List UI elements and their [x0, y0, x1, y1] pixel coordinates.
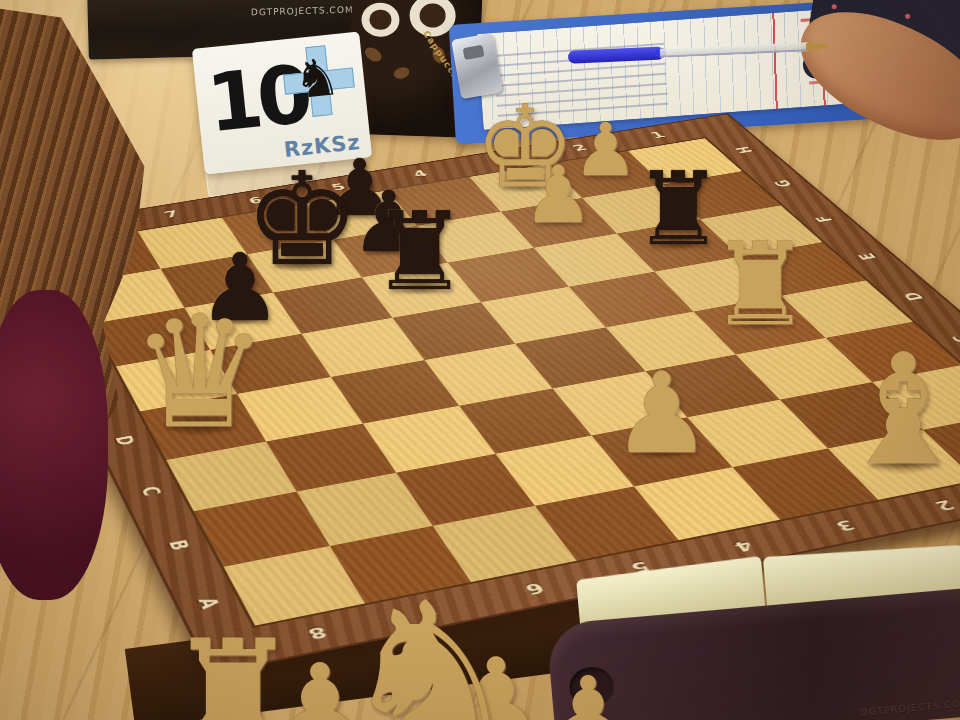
white-pawn-b4[interactable]: ♟ — [612, 357, 712, 469]
white-pawn-g3[interactable]: ♟ — [523, 156, 594, 235]
clock-brand: DGTPROJECTS.COM — [860, 698, 960, 718]
box-brand-text: DGTPROJECTS.COM — [251, 5, 354, 18]
coffee-bean-icon — [362, 45, 384, 65]
captured-white-knight[interactable]: ♞ — [337, 575, 527, 720]
club-logo: ♞ — [276, 40, 360, 131]
cup-graphic-icon — [361, 2, 400, 37]
white-queen-d8[interactable]: ♛ — [130, 294, 269, 449]
pen-cap — [568, 47, 664, 64]
tournament-table-scene: DGTPROJECTS.COM Cappuccino 10 ♞ RzKSz — [0, 0, 960, 720]
knight-logo-icon: ♞ — [291, 46, 344, 111]
pen-barrel — [660, 42, 808, 57]
white-rook-d2[interactable]: ♜ — [709, 228, 811, 342]
coffee-bean-icon — [392, 65, 411, 80]
player-shoulder — [0, 290, 108, 600]
white-bishop-a2[interactable]: ♝ — [835, 334, 960, 487]
captured-white-pawn[interactable]: ♟ — [543, 664, 633, 720]
black-rook-f5[interactable]: ♜ — [371, 198, 468, 306]
pen-tip — [806, 42, 828, 51]
